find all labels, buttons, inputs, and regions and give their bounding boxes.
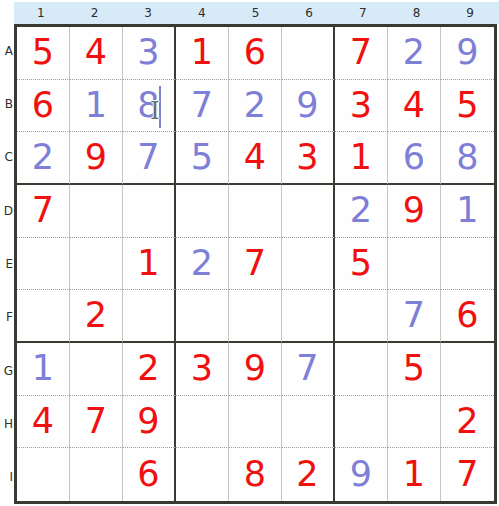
- text-caret: [159, 86, 161, 128]
- cell-C5[interactable]: 4: [229, 132, 282, 185]
- cell-B7[interactable]: 3: [335, 80, 388, 133]
- cell-C4[interactable]: 5: [176, 132, 229, 185]
- cell-I3[interactable]: 6: [123, 448, 176, 501]
- cell-E6[interactable]: [282, 238, 335, 291]
- cell-D2[interactable]: [70, 185, 123, 238]
- cell-C2[interactable]: 9: [70, 132, 123, 185]
- cell-C8[interactable]: 6: [388, 132, 441, 185]
- cell-E8[interactable]: [388, 238, 441, 291]
- cell-G8[interactable]: 5: [388, 343, 441, 396]
- cell-I2[interactable]: [70, 448, 123, 501]
- cell-digit: 3: [296, 140, 318, 175]
- sudoku-app: 123456789 ABCDEFGHI 54316729618729345297…: [0, 0, 499, 506]
- row-label-A: A: [0, 24, 14, 77]
- cell-I9[interactable]: 7: [441, 448, 494, 501]
- cell-F7[interactable]: [335, 290, 388, 343]
- column-header-2: 2: [68, 2, 122, 24]
- cell-digit: 1: [350, 140, 372, 175]
- cell-G9[interactable]: [441, 343, 494, 396]
- cell-G4[interactable]: 3: [176, 343, 229, 396]
- cell-F8[interactable]: 7: [388, 290, 441, 343]
- cell-digit: 5: [456, 88, 478, 123]
- cell-digit: 7: [350, 35, 372, 70]
- cell-digit: 2: [403, 35, 425, 70]
- cell-I6[interactable]: 2: [282, 448, 335, 501]
- cell-digit: 6: [244, 35, 266, 70]
- column-headers: 123456789: [14, 2, 497, 24]
- cell-C7[interactable]: 1: [335, 132, 388, 185]
- sudoku-board: 5431672961872934529754316872911275276123…: [14, 24, 497, 504]
- cell-digit: 3: [137, 35, 159, 70]
- cell-A6[interactable]: [282, 27, 335, 80]
- cell-digit: 3: [350, 88, 372, 123]
- cell-digit: 6: [137, 457, 159, 492]
- cell-digit: 1: [403, 457, 425, 492]
- row-labels: ABCDEFGHI: [0, 24, 14, 504]
- row-label-H: H: [0, 397, 14, 450]
- cell-digit: 7: [32, 193, 54, 228]
- cell-F3[interactable]: [123, 290, 176, 343]
- cell-H6[interactable]: [282, 396, 335, 449]
- cell-digit: 1: [85, 88, 107, 123]
- column-header-7: 7: [336, 2, 390, 24]
- cell-E1[interactable]: [17, 238, 70, 291]
- cell-F9[interactable]: 6: [441, 290, 494, 343]
- cell-C6[interactable]: 3: [282, 132, 335, 185]
- cell-digit: 6: [403, 140, 425, 175]
- cell-G7[interactable]: [335, 343, 388, 396]
- cell-D8[interactable]: 9: [388, 185, 441, 238]
- row-label-D: D: [0, 184, 14, 237]
- cell-D3[interactable]: [123, 185, 176, 238]
- cell-A1[interactable]: 5: [17, 27, 70, 80]
- cell-B4[interactable]: 7: [176, 80, 229, 133]
- cell-digit: 1: [456, 193, 478, 228]
- cell-digit: 2: [350, 193, 372, 228]
- cell-H5[interactable]: [229, 396, 282, 449]
- cell-D6[interactable]: [282, 185, 335, 238]
- cell-digit: 5: [350, 246, 372, 281]
- cell-digit: 9: [456, 35, 478, 70]
- cell-digit: 7: [403, 298, 425, 333]
- cell-G3[interactable]: 2: [123, 343, 176, 396]
- cell-digit: 9: [244, 351, 266, 386]
- cell-I1[interactable]: [17, 448, 70, 501]
- cell-A5[interactable]: 6: [229, 27, 282, 80]
- cell-H2[interactable]: 7: [70, 396, 123, 449]
- cell-digit: 4: [85, 35, 107, 70]
- cell-E9[interactable]: [441, 238, 494, 291]
- row-label-B: B: [0, 77, 14, 130]
- cell-digit: 9: [137, 404, 159, 439]
- cell-digit: 2: [456, 404, 478, 439]
- cell-digit: 1: [137, 246, 159, 281]
- cell-C9[interactable]: 8: [441, 132, 494, 185]
- cell-G6[interactable]: 7: [282, 343, 335, 396]
- cell-F1[interactable]: [17, 290, 70, 343]
- cell-F6[interactable]: [282, 290, 335, 343]
- cell-D9[interactable]: 1: [441, 185, 494, 238]
- column-header-3: 3: [121, 2, 175, 24]
- column-header-8: 8: [390, 2, 444, 24]
- cell-A8[interactable]: 2: [388, 27, 441, 80]
- cell-digit: 2: [137, 351, 159, 386]
- cell-digit: 4: [403, 88, 425, 123]
- cell-E4[interactable]: 2: [176, 238, 229, 291]
- cell-I4[interactable]: [176, 448, 229, 501]
- cell-digit: 2: [85, 298, 107, 333]
- cell-C3[interactable]: 7: [123, 132, 176, 185]
- cell-F5[interactable]: [229, 290, 282, 343]
- cell-digit: 2: [191, 246, 213, 281]
- cell-H9[interactable]: 2: [441, 396, 494, 449]
- cell-C1[interactable]: 2: [17, 132, 70, 185]
- cell-E5[interactable]: 7: [229, 238, 282, 291]
- cell-digit: 7: [296, 351, 318, 386]
- cell-G5[interactable]: 9: [229, 343, 282, 396]
- cell-digit: 1: [32, 351, 54, 386]
- cell-B3[interactable]: 8: [123, 80, 176, 133]
- cell-digit: 8: [244, 457, 266, 492]
- cell-A2[interactable]: 4: [70, 27, 123, 80]
- cell-A9[interactable]: 9: [441, 27, 494, 80]
- cell-digit: 5: [191, 140, 213, 175]
- cell-digit: 4: [32, 404, 54, 439]
- cell-digit: 5: [32, 35, 54, 70]
- cell-F2[interactable]: 2: [70, 290, 123, 343]
- cell-digit: 7: [456, 457, 478, 492]
- cell-digit: 9: [296, 88, 318, 123]
- row-label-I: I: [0, 451, 14, 504]
- cell-digit: 2: [32, 140, 54, 175]
- cell-digit: 7: [191, 88, 213, 123]
- cell-digit: 2: [244, 88, 266, 123]
- cell-F4[interactable]: [176, 290, 229, 343]
- cell-digit: 1: [191, 35, 213, 70]
- cell-B5[interactable]: 2: [229, 80, 282, 133]
- cell-B9[interactable]: 5: [441, 80, 494, 133]
- cell-B6[interactable]: 9: [282, 80, 335, 133]
- cell-digit: 5: [403, 351, 425, 386]
- cell-I7[interactable]: 9: [335, 448, 388, 501]
- cell-digit: 9: [85, 140, 107, 175]
- cell-A7[interactable]: 7: [335, 27, 388, 80]
- cell-digit: 7: [85, 404, 107, 439]
- cell-digit: 9: [403, 193, 425, 228]
- cell-digit: 6: [32, 88, 54, 123]
- cell-digit: 8: [137, 88, 159, 123]
- column-header-1: 1: [14, 2, 68, 24]
- row-label-E: E: [0, 237, 14, 290]
- cell-A4[interactable]: 1: [176, 27, 229, 80]
- cell-H7[interactable]: [335, 396, 388, 449]
- cell-I5[interactable]: 8: [229, 448, 282, 501]
- cell-D5[interactable]: [229, 185, 282, 238]
- cell-digit: 9: [350, 457, 372, 492]
- cell-digit: 4: [244, 140, 266, 175]
- cell-digit: 3: [191, 351, 213, 386]
- cell-B8[interactable]: 4: [388, 80, 441, 133]
- cell-digit: 7: [244, 246, 266, 281]
- cell-E2[interactable]: [70, 238, 123, 291]
- cell-digit: 8: [456, 140, 478, 175]
- cell-B1[interactable]: 6: [17, 80, 70, 133]
- cell-G1[interactable]: 1: [17, 343, 70, 396]
- cell-D7[interactable]: 2: [335, 185, 388, 238]
- cell-G2[interactable]: [70, 343, 123, 396]
- cell-A3[interactable]: 3: [123, 27, 176, 80]
- cell-I8[interactable]: 1: [388, 448, 441, 501]
- cell-digit: 6: [456, 298, 478, 333]
- cell-B2[interactable]: 1: [70, 80, 123, 133]
- row-label-G: G: [0, 344, 14, 397]
- column-header-5: 5: [229, 2, 283, 24]
- cell-D1[interactable]: 7: [17, 185, 70, 238]
- cell-H8[interactable]: [388, 396, 441, 449]
- column-header-6: 6: [282, 2, 336, 24]
- cell-E3[interactable]: 1: [123, 238, 176, 291]
- row-label-C: C: [0, 131, 14, 184]
- cell-digit: 2: [296, 457, 318, 492]
- cell-H3[interactable]: 9: [123, 396, 176, 449]
- cell-D4[interactable]: [176, 185, 229, 238]
- column-header-4: 4: [175, 2, 229, 24]
- cell-H1[interactable]: 4: [17, 396, 70, 449]
- column-header-9: 9: [443, 2, 497, 24]
- cell-E7[interactable]: 5: [335, 238, 388, 291]
- cell-digit: 7: [137, 140, 159, 175]
- row-label-F: F: [0, 291, 14, 344]
- cell-H4[interactable]: [176, 396, 229, 449]
